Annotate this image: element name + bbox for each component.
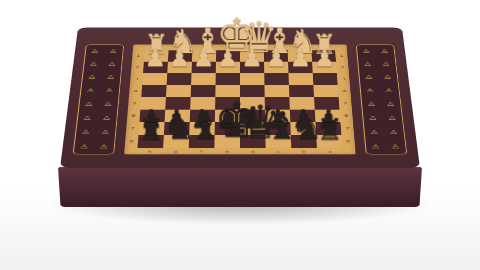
- black-queen: ♛: [240, 99, 266, 144]
- decorative-pawn-icon: ♙: [109, 49, 119, 54]
- decorative-pawn-icon: ♙: [106, 75, 116, 80]
- rank-label: 4: [129, 85, 142, 97]
- black-bishop: ♝: [189, 107, 215, 144]
- white-pawn: ♟: [167, 46, 191, 70]
- square-a3: [313, 73, 338, 85]
- decorative-pawn-icon: ♙: [386, 102, 396, 107]
- decorative-pawn-icon: ♙: [387, 115, 397, 120]
- square-b3: [288, 73, 313, 85]
- decorative-pawn-icon: ♙: [89, 62, 99, 67]
- decorative-pawn-icon: ♙: [383, 75, 393, 80]
- black-knight: ♞: [163, 109, 189, 144]
- square-d3: [240, 73, 264, 85]
- decorative-pawn-icon: ♙: [367, 102, 377, 107]
- decorative-pawn-icon: ♙: [81, 130, 91, 135]
- decorative-pawn-icon: ♙: [380, 49, 390, 54]
- rank-label: 8: [342, 135, 356, 148]
- square-g3: [167, 73, 192, 85]
- decorative-pawn-icon: ♙: [384, 88, 394, 93]
- box-front-face: [58, 167, 422, 207]
- rank-label: 8: [125, 135, 139, 148]
- decorative-pawn-icon: ♙: [389, 130, 399, 135]
- square-h4: [141, 85, 166, 97]
- decorative-panel-left: ♙♙♙♙♙♙♙♙♙♙♙♙♙♙♙♙: [73, 45, 125, 155]
- square-h3: [142, 73, 167, 85]
- decorative-pawn-icon: ♙: [107, 62, 117, 67]
- decorative-pawn-icon: ♙: [362, 49, 372, 54]
- black-rook: ♜: [138, 115, 164, 144]
- square-a4: [313, 85, 338, 97]
- rank-label: 3: [130, 73, 143, 85]
- decorative-panel-right: ♙♙♙♙♙♙♙♙♙♙♙♙♙♙♙♙: [356, 45, 408, 155]
- square-e3: [216, 73, 240, 85]
- decorative-pawn-icon: ♙: [371, 144, 381, 150]
- decorative-pawn-icon: ♙: [364, 75, 374, 80]
- rank-label: 2: [336, 62, 349, 74]
- decorative-pawn-icon: ♙: [102, 115, 112, 120]
- decorative-pawn-icon: ♙: [363, 62, 373, 67]
- rank-label: 3: [337, 73, 350, 85]
- square-c3: [264, 73, 289, 85]
- rank-label: 1: [335, 50, 348, 61]
- decorative-pawn-icon: ♙: [365, 88, 375, 93]
- square-f3: [191, 73, 216, 85]
- decorative-pawn-icon: ♙: [105, 88, 115, 93]
- decorative-pawn-icon: ♙: [381, 62, 391, 67]
- decorative-pawn-icon: ♙: [100, 130, 110, 135]
- decorative-pawn-icon: ♙: [390, 144, 400, 150]
- chess-box-render: ♙♙♙♙♙♙♙♙♙♙♙♙♙♙♙♙ ♙♙♙♙♙♙♙♙♙♙♙♙♙♙♙♙ hgfedc…: [0, 0, 480, 270]
- decorative-pawn-icon: ♙: [99, 144, 109, 150]
- black-bishop: ♝: [266, 107, 292, 144]
- rank-label: 2: [131, 62, 144, 74]
- white-pawn: ♟: [313, 46, 337, 70]
- white-pawn: ♟: [288, 46, 312, 70]
- white-pawn: ♟: [143, 46, 167, 70]
- decorative-pawn-icon: ♙: [86, 88, 96, 93]
- decorative-pawn-icon: ♙: [90, 49, 100, 54]
- white-pawn: ♟: [192, 46, 216, 70]
- scene: ♙♙♙♙♙♙♙♙♙♙♙♙♙♙♙♙ ♙♙♙♙♙♙♙♙♙♙♙♙♙♙♙♙ hgfedc…: [48, 0, 432, 168]
- black-king: ♚: [214, 95, 240, 144]
- decorative-pawn-icon: ♙: [369, 130, 379, 135]
- white-pawn: ♟: [216, 46, 240, 70]
- black-knight: ♞: [291, 109, 317, 144]
- square-g4: [166, 85, 191, 97]
- black-rook: ♜: [317, 115, 343, 144]
- white-pawn: ♟: [264, 46, 288, 70]
- square-f4: [191, 85, 216, 97]
- decorative-pawn-icon: ♙: [79, 144, 89, 150]
- decorative-pawn-icon: ♙: [87, 75, 97, 80]
- decorative-pawn-icon: ♙: [83, 115, 93, 120]
- decorative-pawn-icon: ♙: [84, 102, 94, 107]
- white-pawn: ♟: [240, 46, 264, 70]
- decorative-pawn-icon: ♙: [103, 102, 113, 107]
- box-top-surface: ♙♙♙♙♙♙♙♙♙♙♙♙♙♙♙♙ ♙♙♙♙♙♙♙♙♙♙♙♙♙♙♙♙ hgfedc…: [60, 27, 420, 168]
- decorative-pawn-icon: ♙: [368, 115, 378, 120]
- square-b4: [289, 85, 314, 97]
- rank-label: 4: [338, 85, 351, 97]
